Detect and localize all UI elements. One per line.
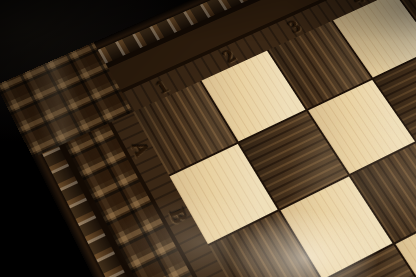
board-photo-scene: 12345678 ABCDEFGH bbox=[0, 0, 416, 277]
